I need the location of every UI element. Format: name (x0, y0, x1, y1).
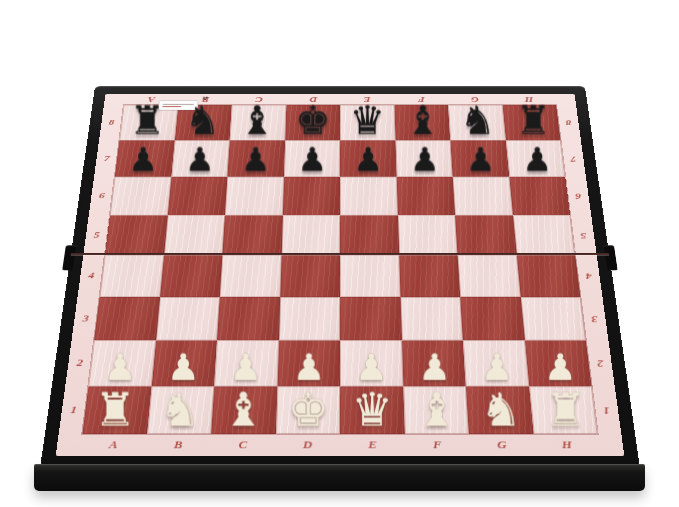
square-d7[interactable]: ♟ (283, 140, 339, 177)
file-label-G: G (447, 94, 502, 105)
piece-white-pawn[interactable]: ♟ (214, 348, 277, 384)
piece-black-pawn[interactable]: ♟ (508, 143, 564, 176)
square-h3[interactable] (520, 297, 586, 341)
square-f2[interactable]: ♟ (401, 340, 465, 386)
piece-white-pawn[interactable]: ♟ (340, 348, 403, 384)
square-c1[interactable]: ♝ (211, 386, 277, 434)
square-f7[interactable]: ♟ (395, 140, 452, 177)
square-g5[interactable] (455, 215, 516, 255)
piece-white-rook[interactable]: ♜ (532, 387, 596, 433)
square-c8[interactable]: ♝ (229, 105, 285, 140)
square-b1[interactable]: ♞ (146, 386, 213, 434)
square-e1[interactable]: ♛ (340, 386, 404, 434)
piece-black-pawn[interactable]: ♟ (227, 143, 283, 176)
piece-black-bishop[interactable]: ♝ (229, 100, 284, 140)
rank-label-5: 5 (83, 215, 110, 255)
piece-black-king[interactable]: ♚ (284, 100, 339, 140)
square-d8[interactable]: ♚ (284, 105, 339, 140)
file-label-C: C (209, 434, 275, 456)
product-photo: ABCDEFGH ABCDEFGH 87654321 87654321 ♜♞♝♚… (0, 0, 679, 507)
square-h7[interactable]: ♟ (505, 140, 565, 177)
square-g2[interactable]: ♟ (462, 340, 528, 386)
square-c7[interactable]: ♟ (227, 140, 284, 177)
piece-black-pawn[interactable]: ♟ (171, 143, 227, 176)
file-label-F: F (404, 434, 470, 456)
piece-black-pawn[interactable]: ♟ (396, 143, 452, 176)
square-h6[interactable] (508, 177, 569, 215)
square-d1[interactable]: ♚ (275, 386, 339, 434)
piece-white-knight[interactable]: ♞ (468, 387, 532, 433)
square-h5[interactable] (512, 215, 575, 255)
square-a2[interactable]: ♟ (88, 340, 155, 386)
square-c4[interactable] (219, 255, 280, 297)
square-a5[interactable] (104, 215, 167, 255)
square-d2[interactable]: ♟ (277, 340, 340, 386)
rank-label-4: 4 (575, 255, 602, 297)
file-label-B: B (177, 94, 232, 105)
square-c2[interactable]: ♟ (214, 340, 278, 386)
file-labels-bottom: ABCDEFGH (79, 434, 600, 456)
file-label-B: B (144, 434, 211, 456)
square-d4[interactable] (279, 255, 339, 297)
square-c5[interactable] (222, 215, 282, 255)
rank-label-8: 8 (556, 105, 581, 140)
square-f4[interactable] (398, 255, 459, 297)
square-g8[interactable]: ♞ (448, 105, 505, 140)
piece-black-pawn[interactable]: ♟ (340, 143, 396, 176)
piece-black-rook[interactable]: ♜ (505, 100, 560, 140)
piece-white-pawn[interactable]: ♟ (402, 348, 465, 384)
piece-black-pawn[interactable]: ♟ (452, 143, 508, 176)
square-e5[interactable] (340, 215, 399, 255)
piece-white-pawn[interactable]: ♟ (88, 348, 151, 384)
square-g4[interactable] (457, 255, 520, 297)
piece-white-king[interactable]: ♚ (275, 387, 339, 433)
piece-white-bishop[interactable]: ♝ (211, 387, 275, 433)
square-h8[interactable]: ♜ (502, 105, 560, 140)
piece-white-knight[interactable]: ♞ (147, 387, 211, 433)
file-label-G: G (468, 434, 535, 456)
rank-label-7: 7 (560, 140, 585, 177)
square-b7[interactable]: ♟ (171, 140, 230, 177)
square-b4[interactable] (159, 255, 222, 297)
file-label-E: E (340, 94, 394, 105)
piece-white-pawn[interactable]: ♟ (528, 348, 591, 384)
square-h4[interactable] (516, 255, 580, 297)
piece-white-queen[interactable]: ♛ (340, 387, 404, 433)
square-e2[interactable]: ♟ (340, 340, 403, 386)
square-e4[interactable] (340, 255, 400, 297)
file-label-A: A (79, 434, 146, 456)
file-label-C: C (231, 94, 285, 105)
square-b5[interactable] (163, 215, 224, 255)
piece-white-bishop[interactable]: ♝ (404, 387, 468, 433)
square-a7[interactable]: ♟ (114, 140, 174, 177)
square-e3[interactable] (340, 297, 401, 341)
square-f1[interactable]: ♝ (402, 386, 468, 434)
square-h2[interactable]: ♟ (524, 340, 591, 386)
square-b2[interactable]: ♟ (151, 340, 217, 386)
piece-white-pawn[interactable]: ♟ (465, 348, 528, 384)
file-label-H: H (501, 94, 556, 105)
square-c3[interactable] (217, 297, 280, 341)
square-e7[interactable]: ♟ (340, 140, 396, 177)
piece-white-pawn[interactable]: ♟ (277, 348, 340, 384)
playing-field: ♜♞♝♚♛♝♞♜♟♟♟♟♟♟♟♟♟♟♟♟♟♟♟♟♜♞♝♚♛♝♞♜ (82, 105, 597, 434)
file-label-D: D (274, 434, 339, 456)
square-f3[interactable] (400, 297, 463, 341)
square-e6[interactable] (340, 177, 398, 215)
file-label-E: E (340, 434, 405, 456)
square-f6[interactable] (396, 177, 455, 215)
square-a1[interactable]: ♜ (82, 386, 151, 434)
square-b3[interactable] (155, 297, 219, 341)
rank-label-3: 3 (580, 297, 608, 341)
piece-black-knight[interactable]: ♞ (174, 100, 229, 140)
square-d6[interactable] (282, 177, 340, 215)
file-labels-top: ABCDEFGH (123, 94, 555, 105)
piece-black-bishop[interactable]: ♝ (395, 100, 450, 140)
square-g1[interactable]: ♞ (465, 386, 532, 434)
fold-seam (70, 253, 609, 255)
file-label-H: H (533, 434, 600, 456)
rank-label-5: 5 (570, 215, 597, 255)
square-f8[interactable]: ♝ (394, 105, 450, 140)
square-b6[interactable] (167, 177, 227, 215)
file-label-F: F (393, 94, 447, 105)
square-g6[interactable] (452, 177, 512, 215)
square-b8[interactable]: ♞ (174, 105, 231, 140)
piece-black-rook[interactable]: ♜ (119, 100, 174, 140)
rank-label-6: 6 (565, 177, 591, 215)
piece-black-knight[interactable]: ♞ (450, 100, 505, 140)
square-f5[interactable] (397, 215, 457, 255)
square-a4[interactable] (99, 255, 163, 297)
piece-white-pawn[interactable]: ♟ (151, 348, 214, 384)
square-d3[interactable] (278, 297, 339, 341)
square-h1[interactable]: ♜ (528, 386, 597, 434)
square-a6[interactable] (109, 177, 170, 215)
piece-black-pawn[interactable]: ♟ (283, 143, 339, 176)
square-g3[interactable] (460, 297, 524, 341)
hinge-right (603, 245, 617, 270)
hinge-left (62, 245, 76, 270)
board-frame: ABCDEFGH ABCDEFGH 87654321 87654321 ♜♞♝♚… (40, 86, 640, 468)
square-e8[interactable]: ♛ (340, 105, 395, 140)
piece-black-queen[interactable]: ♛ (340, 100, 395, 140)
board-border-band: ABCDEFGH ABCDEFGH 87654321 87654321 ♜♞♝♚… (55, 94, 624, 456)
chess-board: ABCDEFGH ABCDEFGH 87654321 87654321 ♜♞♝♚… (40, 86, 640, 468)
square-d5[interactable] (281, 215, 340, 255)
square-c6[interactable] (224, 177, 283, 215)
square-a3[interactable] (94, 297, 160, 341)
piece-white-rook[interactable]: ♜ (82, 387, 146, 433)
file-label-D: D (285, 94, 339, 105)
file-label-A: A (123, 94, 178, 105)
board-front-edge (34, 464, 645, 491)
square-g7[interactable]: ♟ (450, 140, 509, 177)
piece-black-pawn[interactable]: ♟ (115, 143, 171, 176)
square-a8[interactable]: ♜ (119, 105, 177, 140)
